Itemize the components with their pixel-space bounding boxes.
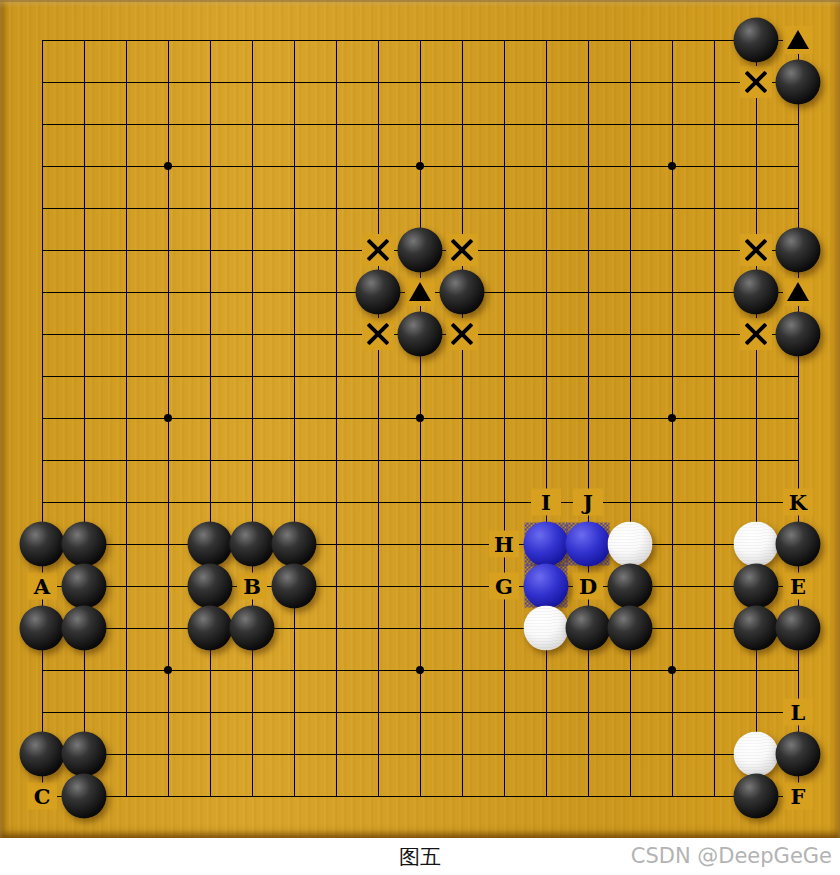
- white-stone-c17-r17[interactable]: [734, 732, 779, 777]
- blue-stone-c13-r12[interactable]: [566, 522, 611, 567]
- hoshi-c9-r15: [416, 666, 424, 674]
- black-stone-c18-r7[interactable]: [776, 312, 821, 357]
- black-stone-c6-r13[interactable]: [272, 564, 317, 609]
- point-label-A[interactable]: A: [27, 573, 57, 600]
- black-stone-c0-r12[interactable]: [20, 522, 65, 567]
- point-label-J[interactable]: J: [573, 489, 603, 516]
- black-stone-c17-r14[interactable]: [734, 606, 779, 651]
- hoshi-c3-r3: [164, 162, 172, 170]
- watermark: CSDN @DeepGeGe: [631, 844, 832, 868]
- black-stone-c17-r6[interactable]: [734, 270, 779, 315]
- point-label-G[interactable]: G: [489, 573, 519, 600]
- blue-stone-c12-r12[interactable]: [524, 522, 569, 567]
- triangle-mark-c18-r6: [783, 278, 813, 306]
- black-stone-c5-r12[interactable]: [230, 522, 275, 567]
- black-stone-c18-r1[interactable]: [776, 60, 821, 105]
- triangle-mark-c9-r6: [405, 278, 435, 306]
- cross-mark-c8-r5: [362, 234, 394, 266]
- black-stone-c0-r14[interactable]: [20, 606, 65, 651]
- black-stone-c18-r14[interactable]: [776, 606, 821, 651]
- black-stone-c9-r5[interactable]: [398, 228, 443, 273]
- point-label-L[interactable]: L: [783, 699, 813, 726]
- hoshi-c15-r15: [668, 666, 676, 674]
- black-stone-c1-r18[interactable]: [62, 774, 107, 819]
- black-stone-c9-r7[interactable]: [398, 312, 443, 357]
- hoshi-c3-r15: [164, 666, 172, 674]
- black-stone-c17-r13[interactable]: [734, 564, 779, 609]
- caption-bar: 图五 CSDN @DeepGeGe: [0, 838, 840, 875]
- go-board: ABCDEFGHIJKL: [0, 0, 840, 838]
- cross-mark-c17-r1: [740, 66, 772, 98]
- point-label-K[interactable]: K: [783, 489, 813, 516]
- black-stone-c1-r12[interactable]: [62, 522, 107, 567]
- hoshi-c3-r9: [164, 414, 172, 422]
- blue-stone-c12-r13[interactable]: [524, 564, 569, 609]
- cross-mark-c8-r7: [362, 318, 394, 350]
- white-stone-c17-r12[interactable]: [734, 522, 779, 567]
- black-stone-c18-r12[interactable]: [776, 522, 821, 567]
- point-label-E[interactable]: E: [783, 573, 813, 600]
- black-stone-c1-r17[interactable]: [62, 732, 107, 777]
- white-stone-c12-r14[interactable]: [524, 606, 569, 651]
- triangle-mark-c18-r0: [783, 26, 813, 54]
- cross-mark-c17-r7: [740, 318, 772, 350]
- black-stone-c13-r14[interactable]: [566, 606, 611, 651]
- black-stone-c18-r17[interactable]: [776, 732, 821, 777]
- point-label-F[interactable]: F: [783, 783, 813, 810]
- black-stone-c14-r13[interactable]: [608, 564, 653, 609]
- point-label-I[interactable]: I: [531, 489, 561, 516]
- black-stone-c4-r12[interactable]: [188, 522, 233, 567]
- point-label-D[interactable]: D: [573, 573, 603, 600]
- point-label-H[interactable]: H: [489, 531, 519, 558]
- point-label-B[interactable]: B: [237, 573, 267, 600]
- black-stone-c1-r13[interactable]: [62, 564, 107, 609]
- black-stone-c17-r18[interactable]: [734, 774, 779, 819]
- black-stone-c18-r5[interactable]: [776, 228, 821, 273]
- point-label-C[interactable]: C: [27, 783, 57, 810]
- black-stone-c4-r14[interactable]: [188, 606, 233, 651]
- black-stone-c14-r14[interactable]: [608, 606, 653, 651]
- cross-mark-c10-r7: [446, 318, 478, 350]
- white-stone-c14-r12[interactable]: [608, 522, 653, 567]
- black-stone-c5-r14[interactable]: [230, 606, 275, 651]
- hoshi-c15-r9: [668, 414, 676, 422]
- black-stone-c0-r17[interactable]: [20, 732, 65, 777]
- cross-mark-c17-r5: [740, 234, 772, 266]
- board-overlay: ABCDEFGHIJKL: [0, 0, 840, 838]
- black-stone-c8-r6[interactable]: [356, 270, 401, 315]
- hoshi-c9-r9: [416, 414, 424, 422]
- black-stone-c1-r14[interactable]: [62, 606, 107, 651]
- black-stone-c4-r13[interactable]: [188, 564, 233, 609]
- hoshi-c9-r3: [416, 162, 424, 170]
- page: ABCDEFGHIJKL 图五 CSDN @DeepGeGe: [0, 0, 840, 875]
- cross-mark-c10-r5: [446, 234, 478, 266]
- black-stone-c10-r6[interactable]: [440, 270, 485, 315]
- hoshi-c15-r3: [668, 162, 676, 170]
- black-stone-c17-r0[interactable]: [734, 18, 779, 63]
- black-stone-c6-r12[interactable]: [272, 522, 317, 567]
